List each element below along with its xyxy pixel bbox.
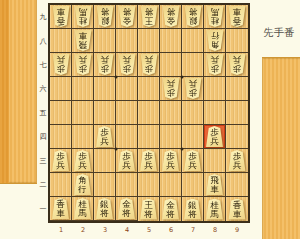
- square-5-5[interactable]: [138, 101, 160, 125]
- file-label: 2: [72, 224, 94, 235]
- piece-fu-sente[interactable]: 歩兵: [226, 53, 248, 76]
- square-3-7[interactable]: 歩兵: [94, 53, 116, 77]
- square-8-4[interactable]: 歩兵: [204, 125, 226, 149]
- square-6-1[interactable]: 金将: [160, 197, 182, 221]
- square-2-4[interactable]: [72, 125, 94, 149]
- piece-fu-sente[interactable]: 歩兵: [138, 53, 159, 76]
- square-9-1[interactable]: 香車: [226, 197, 248, 221]
- square-6-7[interactable]: [160, 53, 182, 77]
- shogi-app: 先手番 九 八 七 六 五 四 三 二 一 香車桂馬銀将金将王将金将銀将桂馬香車…: [0, 0, 300, 239]
- piece-hisha-sente[interactable]: 飛車: [72, 29, 93, 52]
- square-9-3[interactable]: 歩兵: [226, 149, 248, 173]
- square-7-7[interactable]: [182, 53, 204, 77]
- piece-kyosha-gote[interactable]: 香車: [50, 197, 71, 220]
- piece-osho-sente[interactable]: 王将: [138, 5, 159, 28]
- square-5-1[interactable]: 王将: [138, 197, 160, 221]
- file-label: 3: [94, 224, 116, 235]
- file-label: 6: [160, 224, 182, 235]
- square-1-9[interactable]: 香車: [50, 5, 72, 29]
- piece-fu-sente[interactable]: 歩兵: [182, 77, 203, 100]
- square-4-6[interactable]: [116, 77, 138, 101]
- square-2-1[interactable]: 桂馬: [72, 197, 94, 221]
- square-9-9[interactable]: 香車: [226, 5, 248, 29]
- file-label: 7: [182, 224, 204, 235]
- square-7-1[interactable]: 銀将: [182, 197, 204, 221]
- piece-fu-sente[interactable]: 歩兵: [94, 53, 115, 76]
- square-1-3[interactable]: 歩兵: [50, 149, 72, 173]
- piece-keima-sente[interactable]: 桂馬: [204, 5, 225, 28]
- square-4-7[interactable]: 歩兵: [116, 53, 138, 77]
- file-label: 4: [116, 224, 138, 235]
- piece-stand-right: [262, 57, 300, 239]
- square-2-9[interactable]: 桂馬: [72, 5, 94, 29]
- piece-fu-sente[interactable]: 歩兵: [116, 53, 137, 76]
- piece-kinsho-sente[interactable]: 金将: [116, 5, 137, 28]
- square-1-1[interactable]: 香車: [50, 197, 72, 221]
- square-2-2[interactable]: 角行: [72, 173, 94, 197]
- star-point: [181, 148, 184, 151]
- piece-fu-gote[interactable]: 歩兵: [116, 149, 137, 172]
- piece-fu-sente[interactable]: 歩兵: [160, 77, 181, 100]
- piece-fu-gote[interactable]: 歩兵: [138, 149, 159, 172]
- square-6-6[interactable]: 歩兵: [160, 77, 182, 101]
- piece-hisha-gote[interactable]: 飛車: [204, 173, 225, 196]
- square-8-8[interactable]: 角行: [204, 29, 226, 53]
- square-8-9[interactable]: 桂馬: [204, 5, 226, 29]
- square-2-6[interactable]: [72, 77, 94, 101]
- square-7-2[interactable]: [182, 173, 204, 197]
- square-6-8[interactable]: [160, 29, 182, 53]
- square-8-3[interactable]: [204, 149, 226, 173]
- square-2-3[interactable]: 歩兵: [72, 149, 94, 173]
- square-9-5[interactable]: [226, 101, 248, 125]
- square-3-9[interactable]: 銀将: [94, 5, 116, 29]
- square-4-9[interactable]: 金将: [116, 5, 138, 29]
- file-label: 9: [226, 224, 248, 235]
- piece-ginsho-sente[interactable]: 銀将: [182, 5, 203, 28]
- file-label: 5: [138, 224, 160, 235]
- square-8-1[interactable]: 桂馬: [204, 197, 226, 221]
- square-6-3[interactable]: 歩兵: [160, 149, 182, 173]
- square-1-6[interactable]: [50, 77, 72, 101]
- square-6-9[interactable]: 金将: [160, 5, 182, 29]
- file-label: 1: [50, 224, 72, 235]
- piece-fu-sente[interactable]: 歩兵: [204, 53, 225, 76]
- square-3-4[interactable]: 歩兵: [94, 125, 116, 149]
- square-9-8[interactable]: [226, 29, 248, 53]
- star-point: [181, 76, 184, 79]
- piece-fu-sente[interactable]: 歩兵: [72, 53, 93, 76]
- board-grid: 香車桂馬銀将金将王将金将銀将桂馬香車飛車角行歩兵歩兵歩兵歩兵歩兵歩兵歩兵歩兵歩兵…: [48, 3, 250, 223]
- piece-kyosha-sente[interactable]: 香車: [226, 5, 248, 28]
- star-point: [115, 148, 118, 151]
- piece-fu-gote[interactable]: 歩兵: [226, 149, 248, 172]
- piece-fu-gote[interactable]: 歩兵: [204, 125, 225, 148]
- piece-fu-sente[interactable]: 歩兵: [50, 53, 71, 76]
- square-3-2[interactable]: [94, 173, 116, 197]
- square-1-5[interactable]: [50, 101, 72, 125]
- piece-kyosha-gote[interactable]: 香車: [226, 197, 248, 221]
- piece-fu-gote[interactable]: 歩兵: [94, 125, 115, 148]
- square-6-2[interactable]: [160, 173, 182, 197]
- piece-fu-gote[interactable]: 歩兵: [72, 149, 93, 172]
- piece-kinsho-gote[interactable]: 金将: [160, 197, 181, 221]
- square-7-4[interactable]: [182, 125, 204, 149]
- piece-keima-sente[interactable]: 桂馬: [72, 5, 93, 28]
- piece-stand-left-edge: [0, 0, 9, 183]
- square-4-2[interactable]: [116, 173, 138, 197]
- piece-kakugyo-gote[interactable]: 角行: [72, 173, 93, 196]
- square-7-5[interactable]: [182, 101, 204, 125]
- square-3-5[interactable]: [94, 101, 116, 125]
- square-5-3[interactable]: 歩兵: [138, 149, 160, 173]
- square-2-8[interactable]: 飛車: [72, 29, 94, 53]
- piece-keima-gote[interactable]: 桂馬: [204, 197, 225, 221]
- piece-kinsho-gote[interactable]: 金将: [116, 197, 137, 220]
- square-5-2[interactable]: [138, 173, 160, 197]
- square-7-6[interactable]: 歩兵: [182, 77, 204, 101]
- square-1-8[interactable]: [50, 29, 72, 53]
- square-1-2[interactable]: [50, 173, 72, 197]
- piece-kyosha-sente[interactable]: 香車: [50, 5, 71, 28]
- square-4-3[interactable]: 歩兵: [116, 149, 138, 173]
- piece-ginsho-gote[interactable]: 銀将: [94, 197, 115, 220]
- piece-fu-gote[interactable]: 歩兵: [182, 149, 203, 172]
- square-8-2[interactable]: 飛車: [204, 173, 226, 197]
- piece-fu-gote[interactable]: 歩兵: [160, 149, 181, 172]
- file-labels: 1 2 3 4 5 6 7 8 9: [50, 224, 248, 235]
- square-5-7[interactable]: 歩兵: [138, 53, 160, 77]
- square-3-6[interactable]: [94, 77, 116, 101]
- turn-indicator: 先手番: [263, 26, 295, 40]
- square-9-4[interactable]: [226, 125, 248, 149]
- square-4-1[interactable]: 金将: [116, 197, 138, 221]
- square-3-1[interactable]: 銀将: [94, 197, 116, 221]
- square-6-4[interactable]: [160, 125, 182, 149]
- square-5-8[interactable]: [138, 29, 160, 53]
- piece-osho-gote[interactable]: 王将: [138, 197, 159, 221]
- square-1-7[interactable]: 歩兵: [50, 53, 72, 77]
- square-7-9[interactable]: 銀将: [182, 5, 204, 29]
- square-8-6[interactable]: [204, 77, 226, 101]
- square-9-2[interactable]: [226, 173, 248, 197]
- square-4-4[interactable]: [116, 125, 138, 149]
- square-2-5[interactable]: [72, 101, 94, 125]
- square-5-4[interactable]: [138, 125, 160, 149]
- square-9-7[interactable]: 歩兵: [226, 53, 248, 77]
- piece-ginsho-sente[interactable]: 銀将: [94, 5, 115, 28]
- square-7-8[interactable]: [182, 29, 204, 53]
- piece-ginsho-gote[interactable]: 銀将: [182, 197, 203, 221]
- square-5-9[interactable]: 王将: [138, 5, 160, 29]
- square-4-5[interactable]: [116, 101, 138, 125]
- star-point: [115, 76, 118, 79]
- square-8-7[interactable]: 歩兵: [204, 53, 226, 77]
- square-6-5[interactable]: [160, 101, 182, 125]
- square-7-3[interactable]: 歩兵: [182, 149, 204, 173]
- square-3-8[interactable]: [94, 29, 116, 53]
- square-3-3[interactable]: [94, 149, 116, 173]
- piece-fu-gote[interactable]: 歩兵: [50, 149, 71, 172]
- piece-kinsho-sente[interactable]: 金将: [160, 5, 181, 28]
- piece-kakugyo-sente[interactable]: 角行: [204, 29, 225, 52]
- file-label: 8: [204, 224, 226, 235]
- square-2-7[interactable]: 歩兵: [72, 53, 94, 77]
- square-8-5[interactable]: [204, 101, 226, 125]
- square-5-6[interactable]: [138, 77, 160, 101]
- piece-keima-gote[interactable]: 桂馬: [72, 197, 93, 220]
- square-1-4[interactable]: [50, 125, 72, 149]
- square-9-6[interactable]: [226, 77, 248, 101]
- square-4-8[interactable]: [116, 29, 138, 53]
